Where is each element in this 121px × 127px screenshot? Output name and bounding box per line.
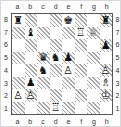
- square-d4[interactable]: [50, 64, 63, 77]
- square-a3[interactable]: [12, 77, 25, 90]
- square-f5[interactable]: [75, 52, 88, 65]
- file-label-c: c: [37, 1, 50, 12]
- square-h2[interactable]: ♚♔: [100, 89, 113, 102]
- piece-outline: ♙: [100, 64, 113, 77]
- square-h6[interactable]: ♟: [100, 39, 113, 52]
- piece-outline: ♖: [50, 102, 63, 115]
- white-rook-f7: ♜♖: [75, 27, 88, 40]
- square-a7[interactable]: [12, 27, 25, 40]
- square-b3[interactable]: ♟: [25, 77, 38, 90]
- square-f8[interactable]: [75, 14, 88, 27]
- square-f1[interactable]: [75, 102, 88, 115]
- black-rook-h8: ♜: [100, 14, 113, 27]
- white-pawn-a2: ♟♙: [12, 89, 25, 102]
- square-g6[interactable]: [87, 39, 100, 52]
- square-b6[interactable]: [25, 39, 38, 52]
- square-b4[interactable]: [25, 64, 38, 77]
- piece-glyph: ♝: [25, 27, 38, 40]
- square-b8[interactable]: [25, 14, 38, 27]
- square-e2[interactable]: [62, 89, 75, 102]
- piece-outline: ♙: [62, 64, 75, 77]
- square-c5[interactable]: ♛: [37, 52, 50, 65]
- piece-glyph: ♟: [62, 52, 75, 65]
- piece-glyph: ♜: [12, 14, 25, 27]
- file-label-a: a: [11, 115, 24, 127]
- square-d3[interactable]: [50, 77, 63, 90]
- rank-label-1: 1: [1, 102, 11, 115]
- piece-glyph: ♛: [37, 52, 50, 65]
- piece-glyph: ♜: [100, 14, 113, 27]
- rank-label-7: 7: [1, 26, 11, 39]
- rank-label-8: 8: [1, 13, 11, 26]
- square-h1[interactable]: [100, 102, 113, 115]
- rank-label-7: 7: [113, 26, 121, 39]
- square-d5[interactable]: ♞: [50, 52, 63, 65]
- square-b1[interactable]: [25, 102, 38, 115]
- white-rook-d1: ♜♖: [50, 102, 63, 115]
- square-d7[interactable]: [50, 27, 63, 40]
- rank-label-2: 2: [113, 90, 121, 103]
- white-bishop-h3: ♝♗: [100, 77, 113, 90]
- piece-outline: ♕: [87, 27, 100, 40]
- square-h4[interactable]: ♟♙: [100, 64, 113, 77]
- white-pawn-b2: ♟♙: [25, 89, 38, 102]
- white-pawn-h4: ♟♙: [100, 64, 113, 77]
- square-b5[interactable]: [25, 52, 38, 65]
- black-pawn-h6: ♟: [100, 39, 113, 52]
- square-e4[interactable]: ♟♙: [62, 64, 75, 77]
- rank-label-8: 8: [113, 13, 121, 26]
- file-label-d: d: [49, 115, 62, 127]
- chessboard: ♜♚♜♝♜♖♛♕♟♛♞♟♞♟♙♟♙♟♝♗♟♙♟♙♚♔♜♖: [11, 13, 113, 115]
- square-g3[interactable]: [87, 77, 100, 90]
- square-h3[interactable]: ♝♗: [100, 77, 113, 90]
- rank-label-1: 1: [113, 102, 121, 115]
- piece-glyph: ♚: [62, 14, 75, 27]
- square-b7[interactable]: ♝: [25, 27, 38, 40]
- rank-label-3: 3: [113, 77, 121, 90]
- square-a6[interactable]: [12, 39, 25, 52]
- file-labels-bottom: abcdefgh: [11, 115, 113, 127]
- square-a8[interactable]: ♜: [12, 14, 25, 27]
- square-e7[interactable]: [62, 27, 75, 40]
- file-label-f: f: [75, 115, 88, 127]
- chess-diagram: abcdefgh 87654321 87654321 ♜♚♜♝♜♖♛♕♟♛♞♟♞…: [0, 0, 121, 127]
- black-bishop-b7: ♝: [25, 27, 38, 40]
- piece-glyph: ♞: [50, 52, 63, 65]
- square-d2[interactable]: [50, 89, 63, 102]
- square-h8[interactable]: ♜: [100, 14, 113, 27]
- square-c8[interactable]: [37, 14, 50, 27]
- file-label-b: b: [24, 115, 37, 127]
- square-c3[interactable]: [37, 77, 50, 90]
- black-pawn-b3: ♟: [25, 77, 38, 90]
- piece-outline: ♔: [100, 89, 113, 102]
- rank-label-2: 2: [1, 90, 11, 103]
- square-c4[interactable]: ♞: [37, 64, 50, 77]
- black-pawn-e5: ♟: [62, 52, 75, 65]
- rank-labels-left: 87654321: [1, 13, 11, 115]
- square-f6[interactable]: [75, 39, 88, 52]
- square-c6[interactable]: [37, 39, 50, 52]
- file-label-g: g: [88, 115, 101, 127]
- file-label-e: e: [62, 115, 75, 127]
- white-queen-g7: ♛♕: [87, 27, 100, 40]
- file-label-a: a: [11, 1, 24, 12]
- rank-label-6: 6: [113, 39, 121, 52]
- piece-outline: ♙: [12, 89, 25, 102]
- square-e1[interactable]: [62, 102, 75, 115]
- piece-glyph: ♟: [100, 39, 113, 52]
- square-d8[interactable]: [50, 14, 63, 27]
- square-e5[interactable]: ♟: [62, 52, 75, 65]
- square-g4[interactable]: [87, 64, 100, 77]
- file-label-h: h: [100, 1, 113, 12]
- square-g8[interactable]: [87, 14, 100, 27]
- square-e6[interactable]: [62, 39, 75, 52]
- file-label-h: h: [100, 115, 113, 127]
- rank-label-4: 4: [1, 64, 11, 77]
- square-a5[interactable]: [12, 52, 25, 65]
- white-pawn-e4: ♟♙: [62, 64, 75, 77]
- square-c7[interactable]: [37, 27, 50, 40]
- piece-outline: ♗: [100, 77, 113, 90]
- black-knight-c4: ♞: [37, 64, 50, 77]
- piece-outline: ♙: [25, 89, 38, 102]
- black-rook-a8: ♜: [12, 14, 25, 27]
- rank-label-3: 3: [1, 77, 11, 90]
- file-label-g: g: [88, 1, 101, 12]
- file-label-f: f: [75, 1, 88, 12]
- square-f3[interactable]: [75, 77, 88, 90]
- piece-glyph: ♞: [37, 64, 50, 77]
- square-f4[interactable]: [75, 64, 88, 77]
- rank-label-5: 5: [1, 51, 11, 64]
- square-a1[interactable]: [12, 102, 25, 115]
- square-b2[interactable]: ♟♙: [25, 89, 38, 102]
- square-d6[interactable]: [50, 39, 63, 52]
- piece-outline: ♖: [75, 27, 88, 40]
- black-king-e8: ♚: [62, 14, 75, 27]
- rank-label-4: 4: [113, 64, 121, 77]
- file-label-c: c: [37, 115, 50, 127]
- square-h5[interactable]: [100, 52, 113, 65]
- rank-label-5: 5: [113, 51, 121, 64]
- square-g2[interactable]: [87, 89, 100, 102]
- square-c2[interactable]: [37, 89, 50, 102]
- black-knight-d5: ♞: [50, 52, 63, 65]
- file-label-e: e: [62, 1, 75, 12]
- square-f2[interactable]: [75, 89, 88, 102]
- black-queen-c5: ♛: [37, 52, 50, 65]
- square-g1[interactable]: [87, 102, 100, 115]
- square-g7[interactable]: ♛♕: [87, 27, 100, 40]
- file-label-b: b: [24, 1, 37, 12]
- square-h7[interactable]: [100, 27, 113, 40]
- file-label-d: d: [49, 1, 62, 12]
- rank-labels-right: 87654321: [113, 13, 121, 115]
- square-e3[interactable]: [62, 77, 75, 90]
- square-d1[interactable]: ♜♖: [50, 102, 63, 115]
- square-c1[interactable]: [37, 102, 50, 115]
- square-a4[interactable]: [12, 64, 25, 77]
- square-g5[interactable]: [87, 52, 100, 65]
- piece-glyph: ♟: [25, 77, 38, 90]
- square-f7[interactable]: ♜♖: [75, 27, 88, 40]
- square-e8[interactable]: ♚: [62, 14, 75, 27]
- square-a2[interactable]: ♟♙: [12, 89, 25, 102]
- file-labels-top: abcdefgh: [11, 1, 113, 12]
- white-king-h2: ♚♔: [100, 89, 113, 102]
- rank-label-6: 6: [1, 39, 11, 52]
